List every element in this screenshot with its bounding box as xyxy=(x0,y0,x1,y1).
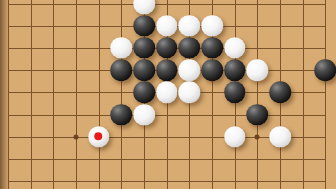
white-stone xyxy=(201,15,223,37)
white-stone xyxy=(156,82,178,104)
grid-horizontal-line xyxy=(8,4,326,5)
white-stone xyxy=(156,15,178,37)
grid-horizontal-line xyxy=(8,181,326,182)
board-edge-shading xyxy=(0,0,10,189)
grid-vertical-line xyxy=(121,0,122,189)
grid-vertical-line xyxy=(257,0,258,189)
grid-horizontal-line xyxy=(8,159,326,160)
grid-horizontal-line xyxy=(8,115,326,116)
black-stone xyxy=(111,59,133,81)
black-stone xyxy=(201,59,223,81)
black-stone xyxy=(224,82,246,104)
white-stone xyxy=(179,59,201,81)
black-stone xyxy=(269,82,291,104)
last-move-marker xyxy=(95,133,103,141)
black-stone xyxy=(111,104,133,126)
black-stone xyxy=(156,37,178,59)
black-stone xyxy=(133,82,155,104)
black-stone xyxy=(156,59,178,81)
star-point xyxy=(255,134,260,139)
white-stone xyxy=(179,82,201,104)
black-stone xyxy=(224,59,246,81)
grid-vertical-line xyxy=(53,0,54,189)
black-stone xyxy=(133,15,155,37)
black-stone xyxy=(179,37,201,59)
black-stone xyxy=(201,37,223,59)
white-stone xyxy=(224,37,246,59)
white-stone xyxy=(179,15,201,37)
black-stone xyxy=(133,59,155,81)
grid-vertical-line xyxy=(31,0,32,189)
grid-vertical-line xyxy=(325,0,326,189)
black-stone xyxy=(133,37,155,59)
black-stone xyxy=(247,104,269,126)
grid-vertical-line xyxy=(99,0,100,189)
white-stone xyxy=(247,59,269,81)
white-stone xyxy=(88,126,110,148)
grid-vertical-line xyxy=(8,0,9,189)
white-stone xyxy=(111,37,133,59)
white-stone xyxy=(133,0,155,14)
gomoku-board[interactable] xyxy=(0,0,336,189)
white-stone xyxy=(224,126,246,148)
grid-vertical-line xyxy=(303,0,304,189)
white-stone xyxy=(269,126,291,148)
grid-vertical-line xyxy=(76,0,77,189)
black-stone xyxy=(315,59,336,81)
star-point xyxy=(74,134,79,139)
white-stone xyxy=(133,104,155,126)
